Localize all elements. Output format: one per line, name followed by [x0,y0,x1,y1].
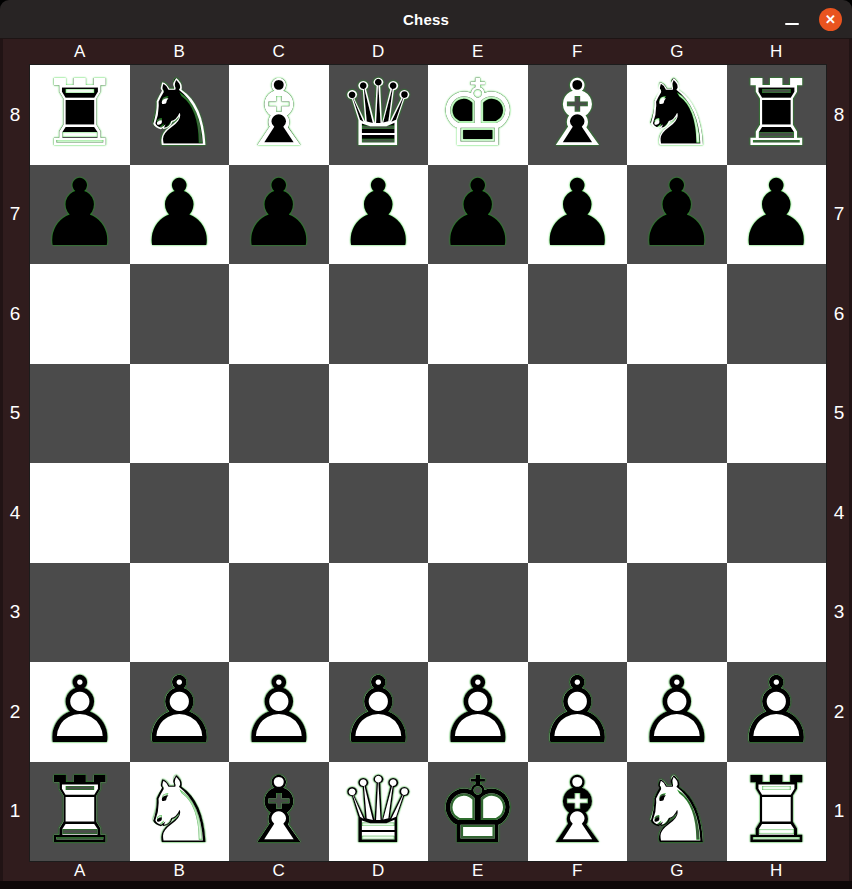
square-f4[interactable] [528,463,628,563]
file-label-b: B [130,39,230,65]
square-e2[interactable]: ♟♙ [428,662,528,762]
white-queen-icon: ♛ [329,762,429,862]
bishop-detail-icon: ♗ [229,762,329,862]
square-h7[interactable]: ♟ [727,165,827,265]
square-b6[interactable] [130,264,230,364]
square-b1[interactable]: ♞♘ [130,762,230,862]
file-labels-top: ABCDEFGH [30,39,826,65]
square-e6[interactable] [428,264,528,364]
king-detail-icon: ♔ [428,762,528,862]
rank-label-2: 2 [0,662,30,762]
square-h8[interactable]: ♜♖ [727,65,827,165]
pawn-detail-icon: ♙ [727,662,827,762]
pawn-detail-icon: ♙ [627,662,727,762]
rank-label-4: 4 [0,463,30,563]
piece-black-king[interactable]: ♚♔ [428,65,528,165]
piece-black-pawn[interactable]: ♟ [727,165,827,265]
rank-label-6: 6 [0,264,30,364]
black-pawn-icon: ♟ [30,165,130,265]
rank-label-3: 3 [0,563,30,663]
square-c6[interactable] [229,264,329,364]
black-rook-icon: ♜ [727,65,827,165]
file-label-f: F [528,861,628,881]
square-b4[interactable] [130,463,230,563]
black-pawn-icon: ♟ [329,165,429,265]
piece-white-pawn[interactable]: ♟♙ [329,662,429,762]
square-e1[interactable]: ♚♔ [428,762,528,862]
square-a3[interactable] [30,563,130,663]
white-pawn-icon: ♟ [329,662,429,762]
black-rook-icon: ♜ [30,65,130,165]
window-controls: ✕ [781,0,842,38]
black-pawn-icon: ♟ [229,165,329,265]
square-a4[interactable] [30,463,130,563]
window-bottom-edge [0,881,852,889]
piece-black-pawn[interactable]: ♟ [229,165,329,265]
black-pawn-icon: ♟ [428,165,528,265]
white-pawn-icon: ♟ [428,662,528,762]
rank-label-7: 7 [0,165,30,265]
square-h4[interactable] [727,463,827,563]
piece-white-rook[interactable]: ♜♖ [727,762,827,862]
square-c2[interactable]: ♟♙ [229,662,329,762]
black-pawn-icon: ♟ [627,165,727,265]
square-a8[interactable]: ♜♖ [30,65,130,165]
black-pawn-icon: ♟ [727,165,827,265]
file-label-c: C [229,39,329,65]
piece-white-pawn[interactable]: ♟♙ [30,662,130,762]
square-f3[interactable] [528,563,628,663]
file-label-d: D [329,39,429,65]
square-d1[interactable]: ♛♕ [329,762,429,862]
square-h5[interactable] [727,364,827,464]
square-g3[interactable] [627,563,727,663]
file-label-e: E [428,39,528,65]
king-detail-icon: ♔ [428,65,528,165]
window-title: Chess [403,11,449,28]
file-label-b: B [130,861,230,881]
piece-white-king[interactable]: ♚♔ [428,762,528,862]
square-d5[interactable] [329,364,429,464]
knight-detail-icon: ♘ [130,65,230,165]
square-d2[interactable]: ♟♙ [329,662,429,762]
square-a2[interactable]: ♟♙ [30,662,130,762]
square-c4[interactable] [229,463,329,563]
rank-label-8: 8 [826,65,852,165]
file-label-e: E [428,861,528,881]
pawn-detail-icon: ♙ [229,662,329,762]
piece-white-pawn[interactable]: ♟♙ [528,662,628,762]
file-label-h: H [727,39,827,65]
knight-detail-icon: ♘ [130,762,230,862]
black-bishop-icon: ♝ [229,65,329,165]
knight-detail-icon: ♘ [627,762,727,862]
bishop-detail-icon: ♗ [229,65,329,165]
rank-label-4: 4 [826,463,852,563]
white-bishop-icon: ♝ [528,762,628,862]
square-h2[interactable]: ♟♙ [727,662,827,762]
piece-black-knight[interactable]: ♞♘ [130,65,230,165]
square-f8[interactable]: ♝♗ [528,65,628,165]
square-c3[interactable] [229,563,329,663]
rank-label-6: 6 [826,264,852,364]
white-pawn-icon: ♟ [30,662,130,762]
board-area: ABCDEFGH 87654321 ♜♖♞♘♝♗♛♕♚♔♝♗♞♘♜♖♟♟♟♟♟♟… [0,39,852,889]
square-f7[interactable]: ♟ [528,165,628,265]
piece-white-pawn[interactable]: ♟♙ [627,662,727,762]
square-h1[interactable]: ♜♖ [727,762,827,862]
square-d7[interactable]: ♟ [329,165,429,265]
piece-black-bishop[interactable]: ♝♗ [528,65,628,165]
queen-detail-icon: ♕ [329,65,429,165]
close-button[interactable]: ✕ [819,8,842,31]
piece-white-bishop[interactable]: ♝♗ [528,762,628,862]
white-rook-icon: ♜ [30,762,130,862]
piece-black-pawn[interactable]: ♟ [329,165,429,265]
rank-labels-right: 87654321 [826,65,852,861]
rank-label-7: 7 [826,165,852,265]
file-label-d: D [329,861,429,881]
square-d8[interactable]: ♛♕ [329,65,429,165]
black-bishop-icon: ♝ [528,65,628,165]
queen-detail-icon: ♕ [329,762,429,862]
square-d3[interactable] [329,563,429,663]
piece-white-pawn[interactable]: ♟♙ [229,662,329,762]
file-label-g: G [627,39,727,65]
piece-white-pawn[interactable]: ♟♙ [428,662,528,762]
pawn-detail-icon: ♙ [130,662,230,762]
minimize-icon [785,23,799,25]
rank-label-5: 5 [826,364,852,464]
piece-white-pawn[interactable]: ♟♙ [130,662,230,762]
square-g4[interactable] [627,463,727,563]
square-g2[interactable]: ♟♙ [627,662,727,762]
file-label-a: A [30,39,130,65]
black-pawn-icon: ♟ [528,165,628,265]
rank-label-2: 2 [826,662,852,762]
pawn-detail-icon: ♙ [30,662,130,762]
knight-detail-icon: ♘ [627,65,727,165]
file-label-h: H [727,861,827,881]
piece-black-pawn[interactable]: ♟ [30,165,130,265]
piece-black-pawn[interactable]: ♟ [627,165,727,265]
rank-labels-left: 87654321 [0,65,30,861]
piece-white-bishop[interactable]: ♝♗ [229,762,329,862]
square-e5[interactable] [428,364,528,464]
piece-black-pawn[interactable]: ♟ [428,165,528,265]
file-label-g: G [627,861,727,881]
square-f1[interactable]: ♝♗ [528,762,628,862]
piece-white-queen[interactable]: ♛♕ [329,762,429,862]
piece-white-rook[interactable]: ♜♖ [30,762,130,862]
square-f2[interactable]: ♟♙ [528,662,628,762]
piece-black-pawn[interactable]: ♟ [528,165,628,265]
pawn-detail-icon: ♙ [428,662,528,762]
square-d6[interactable] [329,264,429,364]
square-f5[interactable] [528,364,628,464]
square-b7[interactable]: ♟ [130,165,230,265]
pawn-detail-icon: ♙ [329,662,429,762]
rank-label-1: 1 [826,762,852,862]
square-c8[interactable]: ♝♗ [229,65,329,165]
file-label-a: A [30,861,130,881]
piece-white-knight[interactable]: ♞♘ [130,762,230,862]
piece-white-knight[interactable]: ♞♘ [627,762,727,862]
piece-black-bishop[interactable]: ♝♗ [229,65,329,165]
close-icon: ✕ [825,13,836,26]
white-pawn-icon: ♟ [727,662,827,762]
square-a7[interactable]: ♟ [30,165,130,265]
square-g5[interactable] [627,364,727,464]
rank-label-5: 5 [0,364,30,464]
rank-label-3: 3 [826,563,852,663]
square-e8[interactable]: ♚♔ [428,65,528,165]
square-b5[interactable] [130,364,230,464]
white-pawn-icon: ♟ [528,662,628,762]
piece-black-queen[interactable]: ♛♕ [329,65,429,165]
piece-white-pawn[interactable]: ♟♙ [727,662,827,762]
square-c7[interactable]: ♟ [229,165,329,265]
minimize-button[interactable] [781,8,803,30]
square-c1[interactable]: ♝♗ [229,762,329,862]
piece-black-pawn[interactable]: ♟ [130,165,230,265]
white-knight-icon: ♞ [130,762,230,862]
rook-detail-icon: ♖ [727,762,827,862]
square-e4[interactable] [428,463,528,563]
black-knight-icon: ♞ [627,65,727,165]
black-knight-icon: ♞ [130,65,230,165]
white-pawn-icon: ♟ [130,662,230,762]
white-knight-icon: ♞ [627,762,727,862]
square-g7[interactable]: ♟ [627,165,727,265]
file-label-f: F [528,39,628,65]
square-g6[interactable] [627,264,727,364]
rook-detail-icon: ♖ [727,65,827,165]
square-a1[interactable]: ♜♖ [30,762,130,862]
black-pawn-icon: ♟ [130,165,230,265]
chess-window: Chess ✕ ABCDEFGH 87654321 ♜♖♞♘♝♗♛♕♚♔♝♗♞♘… [0,0,852,889]
piece-black-rook[interactable]: ♜♖ [727,65,827,165]
rank-label-1: 1 [0,762,30,862]
chess-board: ♜♖♞♘♝♗♛♕♚♔♝♗♞♘♜♖♟♟♟♟♟♟♟♟♟♙♟♙♟♙♟♙♟♙♟♙♟♙♟♙… [30,65,826,861]
black-queen-icon: ♛ [329,65,429,165]
square-h6[interactable] [727,264,827,364]
rook-detail-icon: ♖ [30,65,130,165]
white-rook-icon: ♜ [727,762,827,862]
square-e7[interactable]: ♟ [428,165,528,265]
bishop-detail-icon: ♗ [528,762,628,862]
square-h3[interactable] [727,563,827,663]
white-pawn-icon: ♟ [229,662,329,762]
rook-detail-icon: ♖ [30,762,130,862]
piece-black-rook[interactable]: ♜♖ [30,65,130,165]
white-pawn-icon: ♟ [627,662,727,762]
file-labels-bottom: ABCDEFGH [30,861,826,881]
white-king-icon: ♚ [428,762,528,862]
white-bishop-icon: ♝ [229,762,329,862]
square-f6[interactable] [528,264,628,364]
square-e3[interactable] [428,563,528,663]
pawn-detail-icon: ♙ [528,662,628,762]
square-g1[interactable]: ♞♘ [627,762,727,862]
square-c5[interactable] [229,364,329,464]
file-label-c: C [229,861,329,881]
square-g8[interactable]: ♞♘ [627,65,727,165]
rank-label-8: 8 [0,65,30,165]
bishop-detail-icon: ♗ [528,65,628,165]
piece-black-knight[interactable]: ♞♘ [627,65,727,165]
titlebar[interactable]: Chess ✕ [0,0,852,39]
square-d4[interactable] [329,463,429,563]
square-a5[interactable] [30,364,130,464]
square-b3[interactable] [130,563,230,663]
square-b8[interactable]: ♞♘ [130,65,230,165]
square-a6[interactable] [30,264,130,364]
black-king-icon: ♚ [428,65,528,165]
square-b2[interactable]: ♟♙ [130,662,230,762]
